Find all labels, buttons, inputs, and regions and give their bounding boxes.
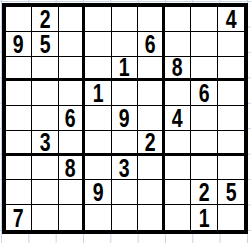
given-digit: 6 (198, 81, 209, 106)
cell-r1c9[interactable]: 4 (218, 7, 244, 32)
cell-r7c4[interactable] (85, 156, 111, 181)
cell-r1c2[interactable]: 2 (32, 7, 58, 32)
cell-r6c7[interactable] (165, 131, 191, 156)
given-digit: 7 (13, 205, 24, 230)
cell-r7c6[interactable] (138, 156, 164, 181)
given-digit: 6 (145, 32, 156, 57)
cell-r7c1[interactable] (6, 156, 32, 181)
cell-r8c2[interactable] (32, 180, 58, 205)
cell-r7c9[interactable] (218, 156, 244, 181)
given-digit: 9 (93, 180, 104, 205)
given-digit: 2 (198, 180, 209, 205)
cell-r6c6[interactable]: 2 (138, 131, 164, 156)
cell-r5c5[interactable]: 9 (112, 106, 138, 131)
cell-r2c5[interactable] (112, 32, 138, 57)
cell-r1c7[interactable] (165, 7, 191, 32)
cell-r4c6[interactable] (138, 81, 164, 106)
cell-r5c9[interactable] (218, 106, 244, 131)
cell-r2c4[interactable] (85, 32, 111, 57)
cell-r1c8[interactable] (191, 7, 217, 32)
given-digit: 4 (172, 106, 183, 131)
cell-r8c4[interactable]: 9 (85, 180, 111, 205)
sudoku-board: 249561816694328392571 (2, 3, 248, 234)
cell-r1c4[interactable] (85, 7, 111, 32)
given-digit: 2 (40, 7, 51, 32)
cell-r1c5[interactable] (112, 7, 138, 32)
cell-r1c1[interactable] (6, 7, 32, 32)
cell-r4c1[interactable] (6, 81, 32, 106)
cell-r6c2[interactable]: 3 (32, 131, 58, 156)
cell-r8c9[interactable]: 5 (218, 180, 244, 205)
cell-r5c3[interactable]: 6 (59, 106, 85, 131)
given-digit: 3 (40, 131, 51, 155)
cell-r2c9[interactable] (218, 32, 244, 57)
cell-r2c1[interactable]: 9 (6, 32, 32, 57)
cell-r4c5[interactable] (112, 81, 138, 106)
given-digit: 9 (119, 106, 130, 131)
cell-r9c9[interactable] (218, 205, 244, 230)
given-digit: 2 (145, 131, 156, 155)
cell-r5c7[interactable]: 4 (165, 106, 191, 131)
cell-r5c8[interactable] (191, 106, 217, 131)
given-digit: 3 (119, 156, 130, 181)
cell-r8c7[interactable] (165, 180, 191, 205)
cell-r9c7[interactable] (165, 205, 191, 230)
cell-r3c5[interactable]: 1 (112, 57, 138, 82)
cell-r9c5[interactable] (112, 205, 138, 230)
cell-r3c3[interactable] (59, 57, 85, 82)
cell-r5c1[interactable] (6, 106, 32, 131)
cell-r3c8[interactable] (191, 57, 217, 82)
cell-r9c1[interactable]: 7 (6, 205, 32, 230)
cell-r6c9[interactable] (218, 131, 244, 156)
cell-r4c8[interactable]: 6 (191, 81, 217, 106)
given-digit: 5 (40, 32, 51, 57)
cell-r4c9[interactable] (218, 81, 244, 106)
given-digit: 4 (225, 7, 236, 32)
cell-r5c6[interactable] (138, 106, 164, 131)
cell-r2c7[interactable] (165, 32, 191, 57)
cell-r3c4[interactable] (85, 57, 111, 82)
cell-r3c9[interactable] (218, 57, 244, 82)
cell-r9c8[interactable]: 1 (191, 205, 217, 230)
cell-r4c3[interactable] (59, 81, 85, 106)
spreadsheet-screen: 249561816694328392571 (0, 0, 251, 243)
cell-r8c8[interactable]: 2 (191, 180, 217, 205)
cell-r9c4[interactable] (85, 205, 111, 230)
given-digit: 8 (172, 57, 183, 81)
cell-r7c7[interactable] (165, 156, 191, 181)
cell-r3c7[interactable]: 8 (165, 57, 191, 82)
cell-r9c2[interactable] (32, 205, 58, 230)
cell-r2c2[interactable]: 5 (32, 32, 58, 57)
cell-r9c3[interactable] (59, 205, 85, 230)
given-digit: 9 (13, 32, 24, 57)
given-digit: 1 (119, 57, 130, 81)
cell-r1c6[interactable] (138, 7, 164, 32)
cell-r2c6[interactable]: 6 (138, 32, 164, 57)
cell-r4c4[interactable]: 1 (85, 81, 111, 106)
cell-r8c6[interactable] (138, 180, 164, 205)
cell-r6c3[interactable] (59, 131, 85, 156)
given-digit: 5 (225, 180, 236, 205)
cell-r4c7[interactable] (165, 81, 191, 106)
cell-r3c6[interactable] (138, 57, 164, 82)
cell-r1c3[interactable] (59, 7, 85, 32)
given-digit: 8 (65, 156, 76, 181)
cell-r8c3[interactable] (59, 180, 85, 205)
cell-r6c5[interactable] (112, 131, 138, 156)
cell-r7c2[interactable] (32, 156, 58, 181)
cell-r2c3[interactable] (59, 32, 85, 57)
cell-r5c2[interactable] (32, 106, 58, 131)
cell-r7c8[interactable] (191, 156, 217, 181)
cell-r4c2[interactable] (32, 81, 58, 106)
given-digit: 1 (93, 81, 104, 106)
cell-r8c1[interactable] (6, 180, 32, 205)
cell-r6c8[interactable] (191, 131, 217, 156)
cell-r3c2[interactable] (32, 57, 58, 82)
cell-r6c1[interactable] (6, 131, 32, 156)
cell-r7c3[interactable]: 8 (59, 156, 85, 181)
cell-r5c4[interactable] (85, 106, 111, 131)
cell-r8c5[interactable] (112, 180, 138, 205)
given-digit: 6 (65, 106, 76, 131)
given-digit: 1 (198, 205, 209, 230)
cell-r2c8[interactable] (191, 32, 217, 57)
cell-r3c1[interactable] (6, 57, 32, 82)
cell-r9c6[interactable] (138, 205, 164, 230)
cell-r6c4[interactable] (85, 131, 111, 156)
cell-r7c5[interactable]: 3 (112, 156, 138, 181)
